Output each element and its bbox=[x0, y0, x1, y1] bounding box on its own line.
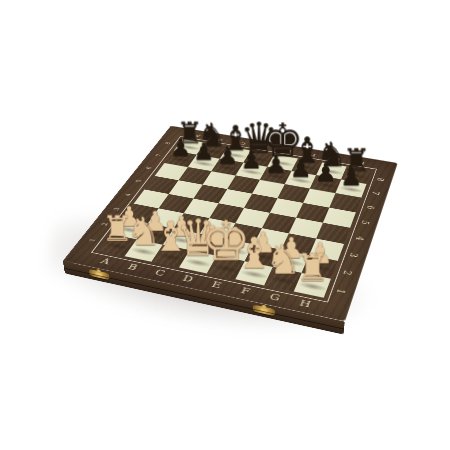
file-label-bottom-g: G bbox=[268, 291, 282, 302]
file-label-bottom-f: F bbox=[239, 285, 252, 296]
file-label-bottom-e: E bbox=[210, 279, 223, 290]
rank-label-right-1: 1 bbox=[334, 287, 348, 294]
rank-label-left-4: 4 bbox=[124, 193, 133, 197]
rank-label-left-6: 6 bbox=[145, 166, 154, 169]
rank-label-right-5: 5 bbox=[359, 219, 371, 225]
file-label-bottom-b: B bbox=[126, 262, 140, 272]
rank-label-right-7: 7 bbox=[370, 190, 382, 195]
squares-grid: ♜♞♝♛♚♝♞♜♟♟♟♟♟♟♟♟♟♟♟♟♟♟♟♟♜♞♝♛♚♝♞♜ bbox=[98, 139, 371, 298]
file-label-bottom-d: D bbox=[181, 273, 195, 284]
file-label-bottom-a: A bbox=[99, 256, 113, 266]
piece-black-pawn[interactable]: ♟ bbox=[320, 164, 382, 189]
brass-clasp-left bbox=[89, 269, 110, 280]
brass-clasp-right bbox=[253, 304, 275, 316]
square-h1[interactable]: ♜ bbox=[294, 273, 331, 298]
rank-label-left-5: 5 bbox=[135, 179, 144, 183]
product-photo-stage: ♜♞♝♛♚♝♞♜♟♟♟♟♟♟♟♟♟♟♟♟♟♟♟♟♜♞♝♛♚♝♞♜ AABBCCD… bbox=[0, 0, 450, 450]
square-b5[interactable] bbox=[169, 180, 203, 198]
chess-board: ♜♞♝♛♚♝♞♜♟♟♟♟♟♟♟♟♟♟♟♟♟♟♟♟♜♞♝♛♚♝♞♜ AABBCCD… bbox=[63, 126, 398, 322]
scene: ♜♞♝♛♚♝♞♜♟♟♟♟♟♟♟♟♟♟♟♟♟♟♟♟♜♞♝♛♚♝♞♜ AABBCCD… bbox=[0, 0, 450, 450]
piece-white-rook[interactable]: ♜ bbox=[276, 249, 348, 286]
rank-label-right-6: 6 bbox=[364, 204, 376, 209]
file-label-bottom-c: C bbox=[153, 267, 167, 278]
square-e6[interactable] bbox=[252, 180, 285, 198]
file-label-bottom-h: H bbox=[298, 298, 313, 310]
square-h5[interactable] bbox=[323, 208, 356, 228]
